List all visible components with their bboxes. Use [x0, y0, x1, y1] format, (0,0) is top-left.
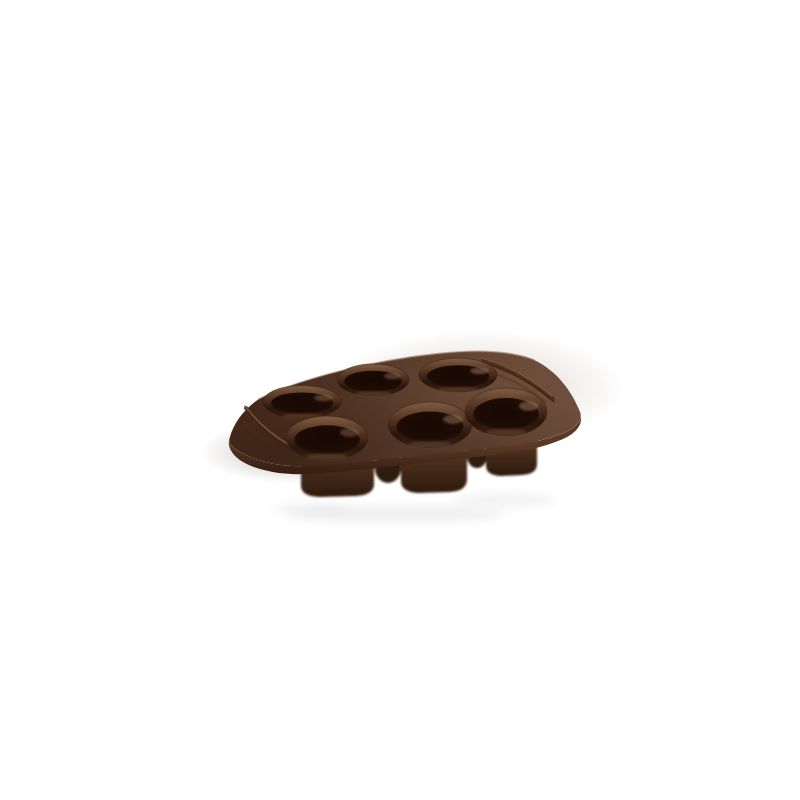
cup-lip-highlight — [355, 391, 391, 396]
cup-specular-highlight — [314, 395, 333, 402]
muffin-cup-back-left — [263, 386, 341, 419]
cup-lip-highlight — [486, 429, 527, 437]
muffin-cup-back-right — [419, 358, 497, 392]
muffin-cup-back-middle — [337, 364, 409, 396]
cup-lip-highlight — [409, 441, 451, 448]
muffin-cup-front-right — [465, 388, 547, 436]
cup-specular-highlight — [443, 415, 463, 424]
cup-specular-highlight — [519, 401, 539, 411]
shadow-right — [453, 494, 557, 506]
cup-specular-highlight — [470, 367, 489, 374]
cup-specular-highlight — [340, 428, 360, 437]
product-photo-canvas — [0, 0, 800, 800]
cup-specular-highlight — [384, 373, 401, 379]
shadow-left — [272, 503, 348, 513]
muffin-pan-illustration — [0, 0, 800, 800]
cup-lip-highlight — [439, 387, 478, 392]
cup-lip-highlight — [307, 453, 348, 460]
muffin-cup-front-middle — [388, 402, 472, 448]
muffin-cup-front-left — [286, 416, 368, 460]
